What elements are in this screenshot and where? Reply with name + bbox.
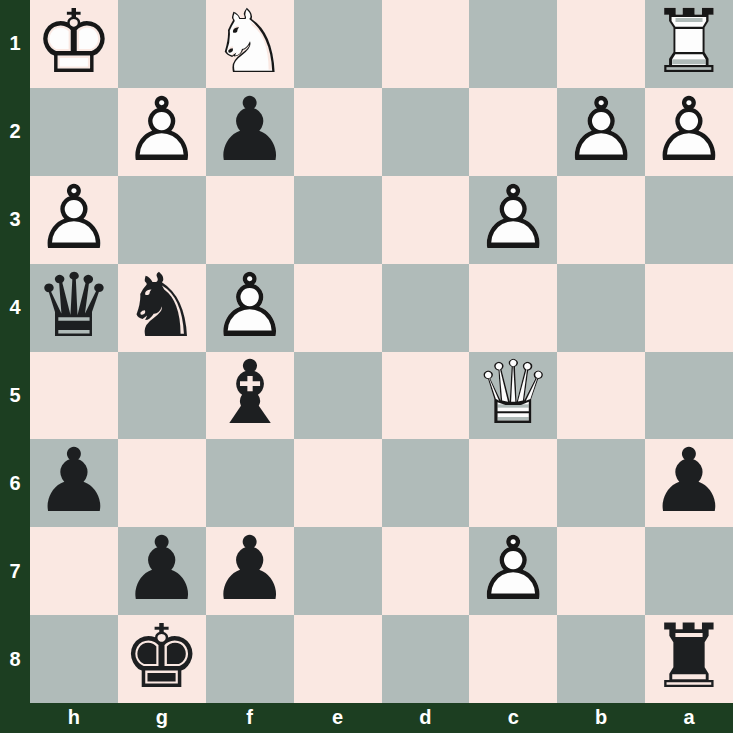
white-pawn[interactable]: ♟♙ [30, 176, 118, 264]
square-b1[interactable] [557, 0, 645, 88]
square-c4[interactable] [469, 264, 557, 352]
square-f1[interactable]: ♞♘ [206, 0, 294, 88]
square-c1[interactable] [469, 0, 557, 88]
square-a4[interactable] [645, 264, 733, 352]
white-knight[interactable]: ♞♘ [206, 0, 294, 88]
square-f7[interactable]: ♟ [206, 527, 294, 615]
rank-label-1: 1 [0, 0, 30, 88]
file-label-f: f [206, 703, 294, 733]
square-h8[interactable] [30, 615, 118, 703]
rank-labels: 12345678 [0, 0, 30, 703]
white-pawn-outline: ♙ [30, 174, 118, 262]
square-a8[interactable]: ♜ [645, 615, 733, 703]
square-d7[interactable] [382, 527, 470, 615]
square-a6[interactable]: ♟ [645, 439, 733, 527]
square-a5[interactable] [645, 352, 733, 440]
square-c7[interactable]: ♟♙ [469, 527, 557, 615]
white-pawn[interactable]: ♟♙ [645, 88, 733, 176]
file-label-b: b [557, 703, 645, 733]
square-g2[interactable]: ♟♙ [118, 88, 206, 176]
square-g5[interactable] [118, 352, 206, 440]
white-pawn-outline: ♙ [645, 86, 733, 174]
square-h6[interactable]: ♟ [30, 439, 118, 527]
rank-label-3: 3 [0, 176, 30, 264]
white-rook[interactable]: ♜♖ [645, 0, 733, 88]
black-pawn-glyph: ♟ [30, 437, 118, 525]
white-knight-outline: ♘ [206, 0, 294, 86]
square-d2[interactable] [382, 88, 470, 176]
square-e3[interactable] [294, 176, 382, 264]
square-c6[interactable] [469, 439, 557, 527]
square-b6[interactable] [557, 439, 645, 527]
white-king-outline: ♔ [30, 0, 118, 86]
square-e7[interactable] [294, 527, 382, 615]
rank-label-2: 2 [0, 88, 30, 176]
black-pawn[interactable]: ♟ [30, 439, 118, 527]
black-bishop-glyph: ♝ [206, 350, 294, 438]
file-label-h: h [30, 703, 118, 733]
white-rook-outline: ♖ [645, 0, 733, 86]
file-label-e: e [294, 703, 382, 733]
white-pawn[interactable]: ♟♙ [557, 88, 645, 176]
white-pawn[interactable]: ♟♙ [118, 88, 206, 176]
square-g3[interactable] [118, 176, 206, 264]
square-f3[interactable] [206, 176, 294, 264]
square-b7[interactable] [557, 527, 645, 615]
square-a1[interactable]: ♜♖ [645, 0, 733, 88]
square-c5[interactable]: ♛♕ [469, 352, 557, 440]
white-pawn[interactable]: ♟♙ [206, 264, 294, 352]
file-label-a: a [645, 703, 733, 733]
square-b3[interactable] [557, 176, 645, 264]
file-label-g: g [118, 703, 206, 733]
square-d5[interactable] [382, 352, 470, 440]
white-pawn-outline: ♙ [469, 174, 557, 262]
square-e2[interactable] [294, 88, 382, 176]
white-pawn-outline: ♙ [469, 525, 557, 613]
white-pawn[interactable]: ♟♙ [469, 176, 557, 264]
square-h4[interactable]: ♛ [30, 264, 118, 352]
black-pawn[interactable]: ♟ [118, 527, 206, 615]
square-f5[interactable]: ♝ [206, 352, 294, 440]
black-pawn[interactable]: ♟ [206, 527, 294, 615]
black-queen-glyph: ♛ [30, 262, 118, 350]
square-g4[interactable]: ♞ [118, 264, 206, 352]
black-king[interactable]: ♚ [118, 615, 206, 703]
square-c3[interactable]: ♟♙ [469, 176, 557, 264]
square-h3[interactable]: ♟♙ [30, 176, 118, 264]
square-e5[interactable] [294, 352, 382, 440]
black-bishop[interactable]: ♝ [206, 352, 294, 440]
square-a7[interactable] [645, 527, 733, 615]
square-e8[interactable] [294, 615, 382, 703]
square-d6[interactable] [382, 439, 470, 527]
square-h1[interactable]: ♚♔ [30, 0, 118, 88]
square-d8[interactable] [382, 615, 470, 703]
square-e6[interactable] [294, 439, 382, 527]
white-pawn-outline: ♙ [118, 86, 206, 174]
chess-board: ♚♔♞♘♜♖♟♙♟♟♙♟♙♟♙♟♙♛♞♟♙♝♛♕♟♟♟♟♟♙♚♜ [30, 0, 733, 703]
square-b8[interactable] [557, 615, 645, 703]
white-queen-outline: ♕ [469, 350, 557, 438]
square-b4[interactable] [557, 264, 645, 352]
square-f4[interactable]: ♟♙ [206, 264, 294, 352]
white-king[interactable]: ♚♔ [30, 0, 118, 88]
black-pawn-glyph: ♟ [645, 437, 733, 525]
rank-label-8: 8 [0, 615, 30, 703]
white-queen[interactable]: ♛♕ [469, 352, 557, 440]
black-pawn[interactable]: ♟ [206, 88, 294, 176]
rank-label-5: 5 [0, 352, 30, 440]
white-pawn-outline: ♙ [557, 86, 645, 174]
square-h7[interactable] [30, 527, 118, 615]
black-pawn-glyph: ♟ [206, 86, 294, 174]
square-d3[interactable] [382, 176, 470, 264]
square-f6[interactable] [206, 439, 294, 527]
rank-label-7: 7 [0, 527, 30, 615]
square-a3[interactable] [645, 176, 733, 264]
black-rook-glyph: ♜ [645, 613, 733, 701]
square-d4[interactable] [382, 264, 470, 352]
square-g8[interactable]: ♚ [118, 615, 206, 703]
white-pawn[interactable]: ♟♙ [469, 527, 557, 615]
file-labels: hgfedcba [30, 703, 733, 733]
black-king-glyph: ♚ [118, 613, 206, 701]
square-h5[interactable] [30, 352, 118, 440]
black-pawn[interactable]: ♟ [645, 439, 733, 527]
square-e4[interactable] [294, 264, 382, 352]
rank-label-4: 4 [0, 264, 30, 352]
square-d1[interactable] [382, 0, 470, 88]
black-pawn-glyph: ♟ [118, 525, 206, 613]
square-b5[interactable] [557, 352, 645, 440]
white-pawn-outline: ♙ [206, 262, 294, 350]
file-label-c: c [469, 703, 557, 733]
black-queen[interactable]: ♛ [30, 264, 118, 352]
black-knight-glyph: ♞ [118, 262, 206, 350]
chess-board-frame: 12345678 ♚♔♞♘♜♖♟♙♟♟♙♟♙♟♙♟♙♛♞♟♙♝♛♕♟♟♟♟♟♙♚… [0, 0, 733, 733]
square-c2[interactable] [469, 88, 557, 176]
square-c8[interactable] [469, 615, 557, 703]
black-pawn-glyph: ♟ [206, 525, 294, 613]
square-f2[interactable]: ♟ [206, 88, 294, 176]
square-e1[interactable] [294, 0, 382, 88]
square-a2[interactable]: ♟♙ [645, 88, 733, 176]
black-knight[interactable]: ♞ [118, 264, 206, 352]
square-b2[interactable]: ♟♙ [557, 88, 645, 176]
rank-label-6: 6 [0, 439, 30, 527]
square-f8[interactable] [206, 615, 294, 703]
file-label-d: d [382, 703, 470, 733]
square-h2[interactable] [30, 88, 118, 176]
black-rook[interactable]: ♜ [645, 615, 733, 703]
square-g1[interactable] [118, 0, 206, 88]
square-g6[interactable] [118, 439, 206, 527]
square-g7[interactable]: ♟ [118, 527, 206, 615]
